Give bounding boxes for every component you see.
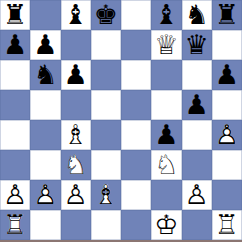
- white-knight: ♘: [151, 150, 181, 180]
- square-b3[interactable]: [30, 150, 60, 180]
- white-pawn: ♙: [182, 180, 212, 210]
- white-king: ♔: [151, 210, 181, 240]
- square-c6[interactable]: ♟: [61, 60, 91, 90]
- square-f6[interactable]: [151, 60, 181, 90]
- black-queen: ♛: [182, 30, 212, 60]
- square-d3[interactable]: [91, 150, 121, 180]
- black-pawn: ♟: [182, 90, 212, 120]
- white-knight: ♘: [61, 150, 91, 180]
- square-b8[interactable]: [30, 0, 60, 30]
- square-e8[interactable]: [121, 0, 151, 30]
- square-a1[interactable]: ♜♖: [0, 210, 30, 240]
- square-g1[interactable]: [182, 210, 212, 240]
- square-g5[interactable]: ♟: [182, 90, 212, 120]
- square-h8[interactable]: ♜: [212, 0, 242, 30]
- black-pawn: ♟: [61, 60, 91, 90]
- white-pawn-fill: ♟: [212, 120, 242, 150]
- square-d1[interactable]: [91, 210, 121, 240]
- square-b1[interactable]: [30, 210, 60, 240]
- square-b2[interactable]: ♟♙: [30, 180, 60, 210]
- square-h1[interactable]: ♜♖: [212, 210, 242, 240]
- white-knight-fill: ♞: [151, 150, 181, 180]
- white-king-fill: ♚: [151, 210, 181, 240]
- square-d7[interactable]: [91, 30, 121, 60]
- square-g6[interactable]: [182, 60, 212, 90]
- white-pawn: ♙: [61, 180, 91, 210]
- square-e5[interactable]: [121, 90, 151, 120]
- square-h2[interactable]: [212, 180, 242, 210]
- square-f1[interactable]: ♚♔: [151, 210, 181, 240]
- white-pawn-fill: ♟: [61, 180, 91, 210]
- square-b5[interactable]: [30, 90, 60, 120]
- square-d5[interactable]: [91, 90, 121, 120]
- square-b6[interactable]: ♞: [30, 60, 60, 90]
- square-c7[interactable]: [61, 30, 91, 60]
- white-rook-fill: ♜: [212, 210, 242, 240]
- white-pawn-fill: ♟: [30, 180, 60, 210]
- square-e1[interactable]: [121, 210, 151, 240]
- square-d8[interactable]: ♚: [91, 0, 121, 30]
- black-rook: ♜: [0, 0, 30, 30]
- white-rook: ♖: [0, 210, 30, 240]
- white-rook-fill: ♜: [0, 210, 30, 240]
- square-c8[interactable]: ♝: [61, 0, 91, 30]
- black-pawn: ♟: [212, 60, 242, 90]
- square-f2[interactable]: [151, 180, 181, 210]
- square-g7[interactable]: ♛: [182, 30, 212, 60]
- white-knight-fill: ♞: [61, 150, 91, 180]
- square-h4[interactable]: ♟♙: [212, 120, 242, 150]
- square-g3[interactable]: [182, 150, 212, 180]
- square-f5[interactable]: [151, 90, 181, 120]
- white-rook: ♖: [212, 210, 242, 240]
- white-pawn: ♙: [30, 180, 60, 210]
- white-queen-fill: ♛: [151, 30, 181, 60]
- square-a8[interactable]: ♜: [0, 0, 30, 30]
- square-e2[interactable]: [121, 180, 151, 210]
- square-a4[interactable]: [0, 120, 30, 150]
- chess-app-window: ♜♝♚♝♞♜♟♟♛♕♛♞♟♟♟♝♗♟♟♙♞♘♞♘♟♙♟♙♟♙♝♗♟♙♜♖♚♔♜♖: [0, 0, 242, 242]
- white-pawn-fill: ♟: [0, 180, 30, 210]
- black-bishop: ♝: [151, 0, 181, 30]
- square-d4[interactable]: [91, 120, 121, 150]
- white-bishop: ♗: [91, 180, 121, 210]
- white-pawn-fill: ♟: [182, 180, 212, 210]
- chess-board: ♜♝♚♝♞♜♟♟♛♕♛♞♟♟♟♝♗♟♟♙♞♘♞♘♟♙♟♙♟♙♝♗♟♙♜♖♚♔♜♖: [0, 0, 242, 242]
- square-a6[interactable]: [0, 60, 30, 90]
- square-g2[interactable]: ♟♙: [182, 180, 212, 210]
- square-f8[interactable]: ♝: [151, 0, 181, 30]
- square-c5[interactable]: [61, 90, 91, 120]
- square-f7[interactable]: ♛♕: [151, 30, 181, 60]
- square-f4[interactable]: ♟: [151, 120, 181, 150]
- black-pawn: ♟: [0, 30, 30, 60]
- white-bishop-fill: ♝: [91, 180, 121, 210]
- white-queen: ♕: [151, 30, 181, 60]
- square-d6[interactable]: [91, 60, 121, 90]
- square-h5[interactable]: [212, 90, 242, 120]
- square-c1[interactable]: [61, 210, 91, 240]
- square-e4[interactable]: [121, 120, 151, 150]
- square-h6[interactable]: ♟: [212, 60, 242, 90]
- square-a7[interactable]: ♟: [0, 30, 30, 60]
- square-b7[interactable]: ♟: [30, 30, 60, 60]
- square-g8[interactable]: ♞: [182, 0, 212, 30]
- black-king: ♚: [91, 0, 121, 30]
- white-bishop: ♗: [61, 120, 91, 150]
- square-e7[interactable]: [121, 30, 151, 60]
- black-bishop: ♝: [61, 0, 91, 30]
- square-a5[interactable]: [0, 90, 30, 120]
- square-f3[interactable]: ♞♘: [151, 150, 181, 180]
- square-b4[interactable]: [30, 120, 60, 150]
- black-pawn: ♟: [151, 120, 181, 150]
- square-c4[interactable]: ♝♗: [61, 120, 91, 150]
- square-d2[interactable]: ♝♗: [91, 180, 121, 210]
- white-pawn: ♙: [212, 120, 242, 150]
- square-a2[interactable]: ♟♙: [0, 180, 30, 210]
- square-c2[interactable]: ♟♙: [61, 180, 91, 210]
- white-pawn: ♙: [0, 180, 30, 210]
- black-knight: ♞: [182, 0, 212, 30]
- square-e6[interactable]: [121, 60, 151, 90]
- square-c3[interactable]: ♞♘: [61, 150, 91, 180]
- black-rook: ♜: [212, 0, 242, 30]
- square-g4[interactable]: [182, 120, 212, 150]
- black-pawn: ♟: [30, 30, 60, 60]
- square-e3[interactable]: [121, 150, 151, 180]
- square-h3[interactable]: [212, 150, 242, 180]
- black-knight: ♞: [30, 60, 60, 90]
- white-bishop-fill: ♝: [61, 120, 91, 150]
- square-h7[interactable]: [212, 30, 242, 60]
- square-a3[interactable]: [0, 150, 30, 180]
